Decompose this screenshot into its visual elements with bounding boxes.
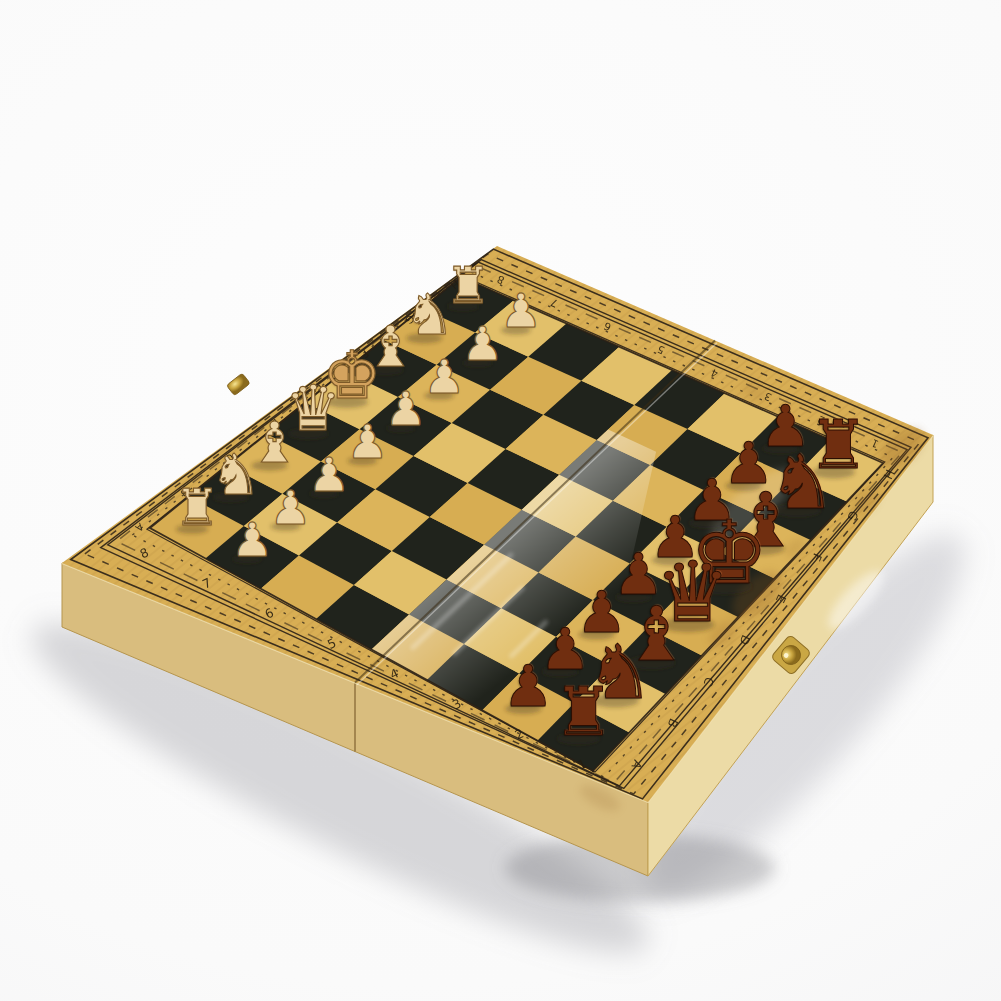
piece-shadow xyxy=(578,629,615,639)
piece-shadow xyxy=(232,555,262,563)
piece-shadow xyxy=(326,396,368,408)
piece-shadow xyxy=(347,457,377,465)
piece-shadow xyxy=(447,302,479,311)
piece-shadow xyxy=(463,359,493,367)
chess-set-product-photo: ABCDEFGH87654321ABCDEFGH87654321 ♜♟♞♟♝♟♚… xyxy=(0,0,1001,1001)
chess-board: ABCDEFGH87654321ABCDEFGH87654321 xyxy=(0,0,1001,1001)
piece-shadow xyxy=(557,733,600,745)
piece-shadow xyxy=(773,504,821,517)
piece-shadow xyxy=(406,333,442,343)
piece-shadow xyxy=(591,694,639,707)
piece-shadow xyxy=(368,365,404,375)
piece-shadow xyxy=(424,391,454,399)
piece-shadow xyxy=(615,592,652,602)
piece-shadow xyxy=(762,444,799,454)
piece-shadow xyxy=(661,617,714,632)
piece-shadow xyxy=(689,518,726,528)
piece-shadow xyxy=(271,522,301,530)
piece-shadow xyxy=(725,481,762,491)
brass-hinge xyxy=(226,373,250,396)
piece-shadow xyxy=(505,704,542,714)
piece-shadow xyxy=(812,466,855,478)
piece-shadow xyxy=(251,461,287,471)
piece-shadow xyxy=(176,525,208,534)
piece-shadow xyxy=(386,424,416,432)
piece-shadow xyxy=(696,579,752,595)
piece-shadow xyxy=(501,326,531,334)
piece-shadow xyxy=(737,542,785,555)
piece-shadow xyxy=(288,428,328,439)
piece-shadow xyxy=(213,492,249,502)
piece-shadow xyxy=(309,490,339,498)
piece-shadow xyxy=(652,555,689,565)
piece-shadow xyxy=(542,667,579,677)
piece-shadow xyxy=(627,656,675,669)
